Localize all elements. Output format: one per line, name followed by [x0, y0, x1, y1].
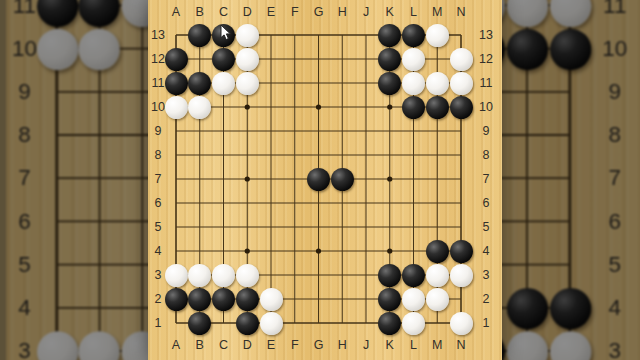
row-label-left-5: 5: [147, 219, 169, 235]
mouse-cursor-icon: [220, 24, 233, 42]
black-stone-C12: [212, 48, 235, 71]
white-stone-M3: [426, 264, 449, 287]
row-label-left-7: 7: [5, 164, 45, 193]
white-stone-D3: [236, 264, 259, 287]
star-point-D4: [245, 248, 250, 253]
row-label-right-2: 2: [475, 291, 497, 307]
black-stone-A11: [165, 72, 188, 95]
row-label-left-13: 13: [147, 27, 169, 43]
column-label-bottom-A: A: [165, 337, 187, 353]
white-stone-E2: [260, 288, 283, 311]
column-label-top-K: K: [379, 4, 401, 20]
row-label-right-6: 6: [475, 195, 497, 211]
column-label-bottom-M: M: [426, 337, 448, 353]
black-stone-C2: [212, 288, 235, 311]
row-label-left-4: 4: [5, 293, 45, 322]
star-point-G10: [316, 104, 321, 109]
column-label-bottom-C: C: [213, 337, 235, 353]
row-label-right-9: 9: [595, 77, 635, 106]
star-point-K4: [387, 248, 392, 253]
row-label-left-8: 8: [5, 121, 45, 150]
row-label-right-7: 7: [595, 164, 635, 193]
column-label-bottom-D: D: [236, 337, 258, 353]
go-board[interactable]: AABBCCDDEEFFGGHHJJKKLLMMNN13131212111110…: [148, 0, 502, 360]
row-label-left-9: 9: [5, 77, 45, 106]
black-stone-K2: [378, 288, 401, 311]
column-label-top-A: A: [165, 4, 187, 20]
black-stone-B13: [188, 24, 211, 47]
white-stone-A10: [165, 96, 188, 119]
white-stone-L12: [402, 48, 425, 71]
column-label-top-C: C: [213, 4, 235, 20]
white-stone-B10: [188, 96, 211, 119]
star-point-D10: [245, 104, 250, 109]
white-stone-D13: [236, 24, 259, 47]
black-stone-B11: [188, 72, 211, 95]
white-stone-L2: [402, 288, 425, 311]
black-stone-N10: [549, 28, 590, 69]
row-label-right-12: 12: [475, 51, 497, 67]
row-label-right-9: 9: [475, 123, 497, 139]
black-stone-K1: [378, 312, 401, 335]
column-label-bottom-G: G: [308, 337, 330, 353]
row-label-left-4: 4: [147, 243, 169, 259]
row-label-right-5: 5: [475, 219, 497, 235]
column-label-top-D: D: [236, 4, 258, 20]
white-stone-M2: [426, 288, 449, 311]
white-stone-A3: [165, 264, 188, 287]
column-label-bottom-N: N: [450, 337, 472, 353]
column-label-bottom-E: E: [260, 337, 282, 353]
black-stone-D1: [236, 312, 259, 335]
black-stone-G7: [307, 168, 330, 191]
column-label-bottom-J: J: [355, 337, 377, 353]
column-label-top-L: L: [403, 4, 425, 20]
black-stone-N4: [549, 287, 590, 328]
white-stone-N1: [450, 312, 473, 335]
column-label-bottom-F: F: [284, 337, 306, 353]
row-label-right-11: 11: [595, 0, 635, 20]
column-label-bottom-L: L: [403, 337, 425, 353]
row-label-right-8: 8: [475, 147, 497, 163]
column-label-bottom-H: H: [331, 337, 353, 353]
row-label-right-7: 7: [475, 171, 497, 187]
black-stone-L3: [402, 264, 425, 287]
row-label-right-6: 6: [595, 207, 635, 236]
row-label-right-10: 10: [595, 34, 635, 63]
video-frame: AABBCCDDEEFFGGHHJJKKLLMMNN13131212111110…: [0, 0, 640, 360]
white-stone-N3: [450, 264, 473, 287]
row-label-left-6: 6: [5, 207, 45, 236]
black-stone-M10: [506, 28, 547, 69]
white-stone-M13: [426, 24, 449, 47]
column-label-bottom-B: B: [189, 337, 211, 353]
column-label-top-M: M: [426, 4, 448, 20]
white-stone-A10: [36, 28, 77, 69]
white-stone-L1: [402, 312, 425, 335]
black-stone-D2: [236, 288, 259, 311]
white-stone-E1: [260, 312, 283, 335]
white-stone-D11: [236, 72, 259, 95]
black-stone-N10: [450, 96, 473, 119]
column-label-top-G: G: [308, 4, 330, 20]
black-stone-A2: [165, 288, 188, 311]
row-label-left-8: 8: [147, 147, 169, 163]
row-label-left-9: 9: [147, 123, 169, 139]
black-stone-N4: [450, 240, 473, 263]
black-stone-M4: [426, 240, 449, 263]
black-stone-B2: [188, 288, 211, 311]
black-stone-L13: [402, 24, 425, 47]
row-label-right-4: 4: [595, 293, 635, 322]
white-stone-C3: [212, 264, 235, 287]
black-stone-M4: [506, 287, 547, 328]
white-stone-C11: [212, 72, 235, 95]
column-label-top-N: N: [450, 4, 472, 20]
black-stone-K12: [378, 48, 401, 71]
white-stone-N11: [450, 72, 473, 95]
star-point-D7: [245, 176, 250, 181]
black-stone-M10: [426, 96, 449, 119]
row-label-right-10: 10: [475, 99, 497, 115]
row-label-right-13: 13: [475, 27, 497, 43]
column-label-top-H: H: [331, 4, 353, 20]
star-point-G4: [316, 248, 321, 253]
row-label-right-5: 5: [595, 250, 635, 279]
row-label-left-6: 6: [147, 195, 169, 211]
black-stone-K11: [378, 72, 401, 95]
column-label-top-B: B: [189, 4, 211, 20]
row-label-left-1: 1: [147, 315, 169, 331]
star-point-K7: [387, 176, 392, 181]
column-label-bottom-K: K: [379, 337, 401, 353]
white-stone-B3: [188, 264, 211, 287]
black-stone-K3: [378, 264, 401, 287]
column-label-top-F: F: [284, 4, 306, 20]
white-stone-M11: [426, 72, 449, 95]
row-label-left-7: 7: [147, 171, 169, 187]
black-stone-K13: [378, 24, 401, 47]
row-label-right-11: 11: [475, 75, 497, 91]
white-stone-N12: [450, 48, 473, 71]
black-stone-B1: [188, 312, 211, 335]
white-stone-L11: [402, 72, 425, 95]
row-label-right-3: 3: [475, 267, 497, 283]
star-point-K10: [387, 104, 392, 109]
row-label-right-8: 8: [595, 121, 635, 150]
white-stone-D12: [236, 48, 259, 71]
black-stone-H7: [331, 168, 354, 191]
column-label-top-J: J: [355, 4, 377, 20]
row-label-right-3: 3: [595, 337, 635, 360]
black-stone-A12: [165, 48, 188, 71]
row-label-right-4: 4: [475, 243, 497, 259]
row-label-left-5: 5: [5, 250, 45, 279]
column-label-top-E: E: [260, 4, 282, 20]
black-stone-L10: [402, 96, 425, 119]
row-label-right-1: 1: [475, 315, 497, 331]
